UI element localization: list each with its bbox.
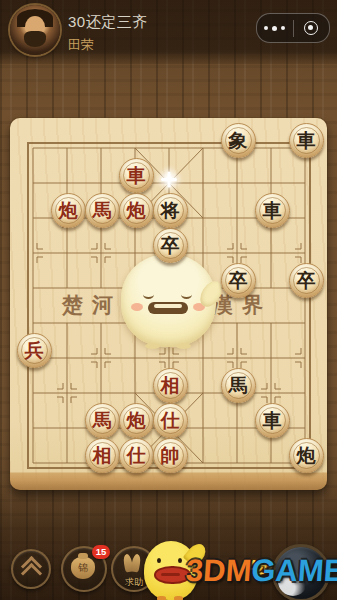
piece-red-炮[interactable]: 炮 xyxy=(51,193,86,228)
piece-black-卒[interactable]: 卒 xyxy=(221,263,256,298)
piece-red-仕[interactable]: 仕 xyxy=(153,403,188,438)
hint-bag-button[interactable]: 锦 15 xyxy=(61,546,107,592)
watermark-game: GAME xyxy=(250,553,337,588)
miniprogram-capsule xyxy=(256,13,330,43)
hint-count-badge: 15 xyxy=(92,545,110,559)
piece-red-馬[interactable]: 馬 xyxy=(85,403,120,438)
river-label-chu: 楚河 xyxy=(62,291,122,319)
piece-red-車[interactable]: 車 xyxy=(119,158,154,193)
piece-black-卒[interactable]: 卒 xyxy=(153,228,188,263)
piece-red-相[interactable]: 相 xyxy=(85,438,120,473)
opponent-name: 田荣 xyxy=(68,36,94,54)
piece-red-兵[interactable]: 兵 xyxy=(17,333,52,368)
piece-black-車[interactable]: 車 xyxy=(255,403,290,438)
piece-black-車[interactable]: 車 xyxy=(255,193,290,228)
piece-red-馬[interactable]: 馬 xyxy=(85,193,120,228)
more-menu-button[interactable] xyxy=(257,14,293,42)
piece-black-象[interactable]: 象 xyxy=(221,123,256,158)
piece-red-仕[interactable]: 仕 xyxy=(119,438,154,473)
app-screen: 楚河 漢界 象車車炮馬炮将車卒卒卒兵相馬馬炮仕車相仕帥炮 30还定三齐 田荣 锦… xyxy=(0,0,337,600)
piece-red-相[interactable]: 相 xyxy=(153,368,188,403)
piece-red-炮[interactable]: 炮 xyxy=(119,403,154,438)
piece-black-馬[interactable]: 馬 xyxy=(221,368,256,403)
money-bag-icon: 锦 xyxy=(71,557,95,579)
circle-target-icon xyxy=(304,21,318,35)
piece-red-炮[interactable]: 炮 xyxy=(119,193,154,228)
collapse-button[interactable] xyxy=(11,549,51,589)
piece-black-炮[interactable]: 炮 xyxy=(289,438,324,473)
piece-black-卒[interactable]: 卒 xyxy=(289,263,324,298)
opponent-avatar xyxy=(10,5,60,55)
piece-black-将[interactable]: 将 xyxy=(153,193,188,228)
piece-red-帥[interactable]: 帥 xyxy=(153,438,188,473)
watermark-3dm: 3DM xyxy=(185,553,253,588)
level-title: 30还定三齐 xyxy=(68,13,148,32)
close-button[interactable] xyxy=(294,14,330,42)
river-chick-mascot xyxy=(121,254,216,347)
watermark: 3DMGAME xyxy=(185,553,337,589)
piece-black-車[interactable]: 車 xyxy=(289,123,324,158)
praying-hands-icon xyxy=(122,554,142,574)
